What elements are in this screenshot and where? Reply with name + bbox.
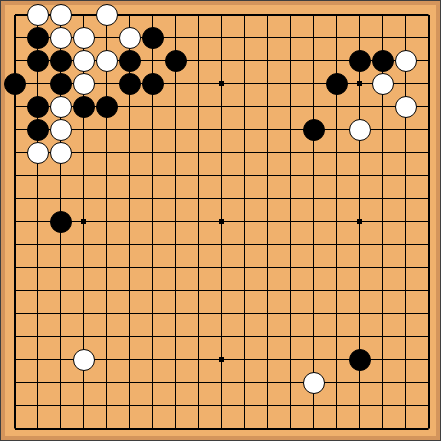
intersection-13-17[interactable] xyxy=(302,394,325,417)
intersection-8-4[interactable] xyxy=(187,95,210,118)
intersection-3-14[interactable] xyxy=(72,325,95,348)
intersection-10-2[interactable] xyxy=(233,49,256,72)
intersection-7-12[interactable] xyxy=(164,279,187,302)
intersection-6-14[interactable] xyxy=(141,325,164,348)
intersection-15-10[interactable] xyxy=(348,233,371,256)
intersection-13-18[interactable] xyxy=(302,417,325,440)
intersection-5-6[interactable] xyxy=(118,141,141,164)
intersection-15-14[interactable] xyxy=(348,325,371,348)
intersection-10-17[interactable] xyxy=(233,394,256,417)
intersection-14-12[interactable] xyxy=(325,279,348,302)
intersection-10-15[interactable] xyxy=(233,348,256,371)
intersection-17-0[interactable] xyxy=(394,3,417,26)
intersection-1-10[interactable] xyxy=(26,233,49,256)
intersection-8-17[interactable] xyxy=(187,394,210,417)
intersection-6-12[interactable] xyxy=(141,279,164,302)
intersection-3-12[interactable] xyxy=(72,279,95,302)
intersection-11-7[interactable] xyxy=(256,164,279,187)
intersection-1-16[interactable] xyxy=(26,371,49,394)
intersection-12-11[interactable] xyxy=(279,256,302,279)
intersection-9-6[interactable] xyxy=(210,141,233,164)
intersection-5-7[interactable] xyxy=(118,164,141,187)
intersection-3-8[interactable] xyxy=(72,187,95,210)
intersection-4-17[interactable] xyxy=(95,394,118,417)
intersection-4-2[interactable] xyxy=(95,49,118,72)
intersection-16-12[interactable] xyxy=(371,279,394,302)
intersection-2-6[interactable] xyxy=(49,141,72,164)
intersection-11-8[interactable] xyxy=(256,187,279,210)
intersection-14-17[interactable] xyxy=(325,394,348,417)
intersection-18-14[interactable] xyxy=(417,325,440,348)
intersection-9-9[interactable] xyxy=(210,210,233,233)
intersection-16-0[interactable] xyxy=(371,3,394,26)
intersection-2-8[interactable] xyxy=(49,187,72,210)
intersection-2-1[interactable] xyxy=(49,26,72,49)
intersection-0-5[interactable] xyxy=(3,118,26,141)
intersection-15-2[interactable] xyxy=(348,49,371,72)
intersection-9-11[interactable] xyxy=(210,256,233,279)
intersection-10-8[interactable] xyxy=(233,187,256,210)
intersection-13-1[interactable] xyxy=(302,26,325,49)
intersection-14-13[interactable] xyxy=(325,302,348,325)
intersection-6-5[interactable] xyxy=(141,118,164,141)
intersection-18-9[interactable] xyxy=(417,210,440,233)
intersection-15-9[interactable] xyxy=(348,210,371,233)
intersection-3-5[interactable] xyxy=(72,118,95,141)
intersection-4-7[interactable] xyxy=(95,164,118,187)
intersection-12-18[interactable] xyxy=(279,417,302,440)
intersection-13-16[interactable] xyxy=(302,371,325,394)
intersection-15-3[interactable] xyxy=(348,72,371,95)
intersection-13-0[interactable] xyxy=(302,3,325,26)
intersection-8-6[interactable] xyxy=(187,141,210,164)
intersection-14-15[interactable] xyxy=(325,348,348,371)
intersection-4-14[interactable] xyxy=(95,325,118,348)
intersection-10-10[interactable] xyxy=(233,233,256,256)
intersection-5-3[interactable] xyxy=(118,72,141,95)
intersection-1-5[interactable] xyxy=(26,118,49,141)
intersection-16-13[interactable] xyxy=(371,302,394,325)
intersection-18-5[interactable] xyxy=(417,118,440,141)
intersection-12-8[interactable] xyxy=(279,187,302,210)
intersection-1-14[interactable] xyxy=(26,325,49,348)
intersection-13-5[interactable] xyxy=(302,118,325,141)
intersection-0-16[interactable] xyxy=(3,371,26,394)
intersection-17-9[interactable] xyxy=(394,210,417,233)
intersection-3-3[interactable] xyxy=(72,72,95,95)
intersection-6-15[interactable] xyxy=(141,348,164,371)
intersection-6-11[interactable] xyxy=(141,256,164,279)
intersection-5-13[interactable] xyxy=(118,302,141,325)
intersection-2-4[interactable] xyxy=(49,95,72,118)
intersection-3-1[interactable] xyxy=(72,26,95,49)
intersection-1-17[interactable] xyxy=(26,394,49,417)
intersection-18-18[interactable] xyxy=(417,417,440,440)
intersection-4-15[interactable] xyxy=(95,348,118,371)
intersection-8-11[interactable] xyxy=(187,256,210,279)
intersection-15-6[interactable] xyxy=(348,141,371,164)
intersection-18-13[interactable] xyxy=(417,302,440,325)
intersection-10-1[interactable] xyxy=(233,26,256,49)
intersection-15-7[interactable] xyxy=(348,164,371,187)
intersection-9-12[interactable] xyxy=(210,279,233,302)
intersection-16-4[interactable] xyxy=(371,95,394,118)
intersection-8-3[interactable] xyxy=(187,72,210,95)
intersection-9-2[interactable] xyxy=(210,49,233,72)
intersection-0-2[interactable] xyxy=(3,49,26,72)
intersection-16-5[interactable] xyxy=(371,118,394,141)
intersection-16-10[interactable] xyxy=(371,233,394,256)
intersection-4-5[interactable] xyxy=(95,118,118,141)
intersection-10-12[interactable] xyxy=(233,279,256,302)
intersection-4-11[interactable] xyxy=(95,256,118,279)
intersection-17-17[interactable] xyxy=(394,394,417,417)
intersection-9-16[interactable] xyxy=(210,371,233,394)
intersection-2-9[interactable] xyxy=(49,210,72,233)
intersection-5-9[interactable] xyxy=(118,210,141,233)
intersection-17-5[interactable] xyxy=(394,118,417,141)
intersection-7-9[interactable] xyxy=(164,210,187,233)
intersection-15-15[interactable] xyxy=(348,348,371,371)
intersection-18-7[interactable] xyxy=(417,164,440,187)
intersection-10-6[interactable] xyxy=(233,141,256,164)
intersection-13-10[interactable] xyxy=(302,233,325,256)
intersection-6-3[interactable] xyxy=(141,72,164,95)
intersection-18-11[interactable] xyxy=(417,256,440,279)
intersection-1-2[interactable] xyxy=(26,49,49,72)
intersection-9-5[interactable] xyxy=(210,118,233,141)
intersection-12-12[interactable] xyxy=(279,279,302,302)
intersection-16-9[interactable] xyxy=(371,210,394,233)
intersection-18-15[interactable] xyxy=(417,348,440,371)
intersection-13-8[interactable] xyxy=(302,187,325,210)
intersection-9-14[interactable] xyxy=(210,325,233,348)
intersection-13-6[interactable] xyxy=(302,141,325,164)
intersection-18-17[interactable] xyxy=(417,394,440,417)
intersection-16-15[interactable] xyxy=(371,348,394,371)
intersection-9-1[interactable] xyxy=(210,26,233,49)
intersection-17-14[interactable] xyxy=(394,325,417,348)
intersection-1-11[interactable] xyxy=(26,256,49,279)
intersection-12-9[interactable] xyxy=(279,210,302,233)
intersection-15-11[interactable] xyxy=(348,256,371,279)
intersection-13-2[interactable] xyxy=(302,49,325,72)
intersection-15-13[interactable] xyxy=(348,302,371,325)
intersection-8-0[interactable] xyxy=(187,3,210,26)
intersection-6-18[interactable] xyxy=(141,417,164,440)
intersection-8-7[interactable] xyxy=(187,164,210,187)
intersection-14-14[interactable] xyxy=(325,325,348,348)
intersection-14-1[interactable] xyxy=(325,26,348,49)
intersection-11-5[interactable] xyxy=(256,118,279,141)
intersection-17-6[interactable] xyxy=(394,141,417,164)
intersection-3-7[interactable] xyxy=(72,164,95,187)
intersection-9-15[interactable] xyxy=(210,348,233,371)
intersection-3-9[interactable] xyxy=(72,210,95,233)
intersection-13-15[interactable] xyxy=(302,348,325,371)
intersection-18-1[interactable] xyxy=(417,26,440,49)
intersection-9-8[interactable] xyxy=(210,187,233,210)
intersection-9-13[interactable] xyxy=(210,302,233,325)
intersection-11-10[interactable] xyxy=(256,233,279,256)
intersection-18-3[interactable] xyxy=(417,72,440,95)
intersection-12-15[interactable] xyxy=(279,348,302,371)
intersection-0-13[interactable] xyxy=(3,302,26,325)
intersection-2-15[interactable] xyxy=(49,348,72,371)
intersection-14-9[interactable] xyxy=(325,210,348,233)
intersection-12-17[interactable] xyxy=(279,394,302,417)
intersection-11-0[interactable] xyxy=(256,3,279,26)
intersection-3-16[interactable] xyxy=(72,371,95,394)
intersection-6-7[interactable] xyxy=(141,164,164,187)
intersection-18-10[interactable] xyxy=(417,233,440,256)
intersection-9-7[interactable] xyxy=(210,164,233,187)
intersection-0-10[interactable] xyxy=(3,233,26,256)
intersection-16-1[interactable] xyxy=(371,26,394,49)
intersection-1-4[interactable] xyxy=(26,95,49,118)
intersection-11-14[interactable] xyxy=(256,325,279,348)
intersection-6-8[interactable] xyxy=(141,187,164,210)
intersection-10-4[interactable] xyxy=(233,95,256,118)
intersection-14-3[interactable] xyxy=(325,72,348,95)
intersection-3-13[interactable] xyxy=(72,302,95,325)
intersection-3-0[interactable] xyxy=(72,3,95,26)
intersection-7-1[interactable] xyxy=(164,26,187,49)
intersection-16-17[interactable] xyxy=(371,394,394,417)
intersection-0-18[interactable] xyxy=(3,417,26,440)
intersection-10-0[interactable] xyxy=(233,3,256,26)
intersection-14-10[interactable] xyxy=(325,233,348,256)
intersection-10-18[interactable] xyxy=(233,417,256,440)
intersection-12-5[interactable] xyxy=(279,118,302,141)
intersection-15-16[interactable] xyxy=(348,371,371,394)
intersection-8-14[interactable] xyxy=(187,325,210,348)
intersection-14-2[interactable] xyxy=(325,49,348,72)
intersection-2-2[interactable] xyxy=(49,49,72,72)
intersection-9-0[interactable] xyxy=(210,3,233,26)
intersection-15-4[interactable] xyxy=(348,95,371,118)
intersection-18-12[interactable] xyxy=(417,279,440,302)
intersection-18-16[interactable] xyxy=(417,371,440,394)
intersection-3-4[interactable] xyxy=(72,95,95,118)
intersection-6-16[interactable] xyxy=(141,371,164,394)
intersection-8-18[interactable] xyxy=(187,417,210,440)
intersection-13-13[interactable] xyxy=(302,302,325,325)
intersection-5-12[interactable] xyxy=(118,279,141,302)
intersection-8-1[interactable] xyxy=(187,26,210,49)
intersection-3-10[interactable] xyxy=(72,233,95,256)
intersection-11-12[interactable] xyxy=(256,279,279,302)
intersection-17-1[interactable] xyxy=(394,26,417,49)
intersection-7-4[interactable] xyxy=(164,95,187,118)
intersection-10-5[interactable] xyxy=(233,118,256,141)
intersection-7-5[interactable] xyxy=(164,118,187,141)
intersection-4-10[interactable] xyxy=(95,233,118,256)
intersection-17-8[interactable] xyxy=(394,187,417,210)
intersection-1-8[interactable] xyxy=(26,187,49,210)
intersection-11-17[interactable] xyxy=(256,394,279,417)
intersection-4-16[interactable] xyxy=(95,371,118,394)
intersection-14-4[interactable] xyxy=(325,95,348,118)
intersection-2-0[interactable] xyxy=(49,3,72,26)
intersection-3-6[interactable] xyxy=(72,141,95,164)
intersection-0-17[interactable] xyxy=(3,394,26,417)
intersection-5-5[interactable] xyxy=(118,118,141,141)
intersection-2-14[interactable] xyxy=(49,325,72,348)
intersection-17-15[interactable] xyxy=(394,348,417,371)
intersection-1-7[interactable] xyxy=(26,164,49,187)
intersection-1-0[interactable] xyxy=(26,3,49,26)
intersection-0-11[interactable] xyxy=(3,256,26,279)
intersection-13-4[interactable] xyxy=(302,95,325,118)
intersection-15-1[interactable] xyxy=(348,26,371,49)
intersection-17-4[interactable] xyxy=(394,95,417,118)
intersection-8-9[interactable] xyxy=(187,210,210,233)
intersection-16-2[interactable] xyxy=(371,49,394,72)
intersection-18-0[interactable] xyxy=(417,3,440,26)
intersection-5-4[interactable] xyxy=(118,95,141,118)
intersection-0-1[interactable] xyxy=(3,26,26,49)
intersection-4-8[interactable] xyxy=(95,187,118,210)
intersection-7-8[interactable] xyxy=(164,187,187,210)
intersection-14-6[interactable] xyxy=(325,141,348,164)
intersection-17-13[interactable] xyxy=(394,302,417,325)
intersection-13-14[interactable] xyxy=(302,325,325,348)
intersection-17-10[interactable] xyxy=(394,233,417,256)
intersection-16-11[interactable] xyxy=(371,256,394,279)
intersection-7-15[interactable] xyxy=(164,348,187,371)
intersection-4-0[interactable] xyxy=(95,3,118,26)
intersection-18-6[interactable] xyxy=(417,141,440,164)
intersection-12-6[interactable] xyxy=(279,141,302,164)
intersection-4-4[interactable] xyxy=(95,95,118,118)
intersection-6-10[interactable] xyxy=(141,233,164,256)
intersection-10-13[interactable] xyxy=(233,302,256,325)
intersection-17-18[interactable] xyxy=(394,417,417,440)
go-board[interactable] xyxy=(0,0,441,441)
intersection-6-9[interactable] xyxy=(141,210,164,233)
intersection-14-5[interactable] xyxy=(325,118,348,141)
intersection-1-18[interactable] xyxy=(26,417,49,440)
intersection-17-2[interactable] xyxy=(394,49,417,72)
intersection-2-3[interactable] xyxy=(49,72,72,95)
intersection-12-7[interactable] xyxy=(279,164,302,187)
intersection-8-5[interactable] xyxy=(187,118,210,141)
intersection-11-16[interactable] xyxy=(256,371,279,394)
intersection-1-6[interactable] xyxy=(26,141,49,164)
intersection-15-0[interactable] xyxy=(348,3,371,26)
intersection-9-18[interactable] xyxy=(210,417,233,440)
intersection-4-6[interactable] xyxy=(95,141,118,164)
intersection-16-6[interactable] xyxy=(371,141,394,164)
intersection-16-14[interactable] xyxy=(371,325,394,348)
intersection-17-16[interactable] xyxy=(394,371,417,394)
intersection-11-9[interactable] xyxy=(256,210,279,233)
intersection-12-10[interactable] xyxy=(279,233,302,256)
intersection-18-2[interactable] xyxy=(417,49,440,72)
intersection-1-15[interactable] xyxy=(26,348,49,371)
intersection-3-11[interactable] xyxy=(72,256,95,279)
intersection-12-13[interactable] xyxy=(279,302,302,325)
intersection-16-7[interactable] xyxy=(371,164,394,187)
intersection-10-16[interactable] xyxy=(233,371,256,394)
intersection-7-10[interactable] xyxy=(164,233,187,256)
intersection-6-0[interactable] xyxy=(141,3,164,26)
intersection-2-12[interactable] xyxy=(49,279,72,302)
intersection-2-11[interactable] xyxy=(49,256,72,279)
intersection-12-2[interactable] xyxy=(279,49,302,72)
intersection-10-9[interactable] xyxy=(233,210,256,233)
intersection-9-17[interactable] xyxy=(210,394,233,417)
intersection-5-10[interactable] xyxy=(118,233,141,256)
intersection-11-2[interactable] xyxy=(256,49,279,72)
intersection-17-3[interactable] xyxy=(394,72,417,95)
intersection-4-1[interactable] xyxy=(95,26,118,49)
intersection-10-11[interactable] xyxy=(233,256,256,279)
intersection-6-1[interactable] xyxy=(141,26,164,49)
intersection-7-3[interactable] xyxy=(164,72,187,95)
intersection-7-2[interactable] xyxy=(164,49,187,72)
intersection-0-6[interactable] xyxy=(3,141,26,164)
intersection-16-16[interactable] xyxy=(371,371,394,394)
intersection-7-16[interactable] xyxy=(164,371,187,394)
intersection-5-8[interactable] xyxy=(118,187,141,210)
intersection-5-11[interactable] xyxy=(118,256,141,279)
intersection-14-18[interactable] xyxy=(325,417,348,440)
intersection-2-10[interactable] xyxy=(49,233,72,256)
intersection-18-4[interactable] xyxy=(417,95,440,118)
intersection-2-17[interactable] xyxy=(49,394,72,417)
intersection-14-0[interactable] xyxy=(325,3,348,26)
intersection-7-17[interactable] xyxy=(164,394,187,417)
intersection-10-7[interactable] xyxy=(233,164,256,187)
intersection-12-0[interactable] xyxy=(279,3,302,26)
intersection-15-17[interactable] xyxy=(348,394,371,417)
intersection-0-3[interactable] xyxy=(3,72,26,95)
intersection-12-14[interactable] xyxy=(279,325,302,348)
intersection-8-10[interactable] xyxy=(187,233,210,256)
intersection-8-12[interactable] xyxy=(187,279,210,302)
intersection-4-12[interactable] xyxy=(95,279,118,302)
intersection-7-0[interactable] xyxy=(164,3,187,26)
intersection-0-7[interactable] xyxy=(3,164,26,187)
intersection-3-2[interactable] xyxy=(72,49,95,72)
intersection-9-10[interactable] xyxy=(210,233,233,256)
intersection-4-18[interactable] xyxy=(95,417,118,440)
intersection-1-13[interactable] xyxy=(26,302,49,325)
intersection-7-6[interactable] xyxy=(164,141,187,164)
intersection-8-8[interactable] xyxy=(187,187,210,210)
intersection-1-3[interactable] xyxy=(26,72,49,95)
intersection-12-3[interactable] xyxy=(279,72,302,95)
intersection-5-15[interactable] xyxy=(118,348,141,371)
intersection-0-0[interactable] xyxy=(3,3,26,26)
intersection-3-18[interactable] xyxy=(72,417,95,440)
intersection-8-2[interactable] xyxy=(187,49,210,72)
intersection-3-15[interactable] xyxy=(72,348,95,371)
intersection-11-15[interactable] xyxy=(256,348,279,371)
intersection-14-16[interactable] xyxy=(325,371,348,394)
intersection-17-7[interactable] xyxy=(394,164,417,187)
intersection-11-4[interactable] xyxy=(256,95,279,118)
intersection-16-3[interactable] xyxy=(371,72,394,95)
intersection-2-16[interactable] xyxy=(49,371,72,394)
intersection-14-8[interactable] xyxy=(325,187,348,210)
intersection-17-12[interactable] xyxy=(394,279,417,302)
intersection-7-11[interactable] xyxy=(164,256,187,279)
intersection-11-6[interactable] xyxy=(256,141,279,164)
intersection-0-15[interactable] xyxy=(3,348,26,371)
